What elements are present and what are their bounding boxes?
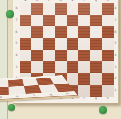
square-f5[interactable] [78, 38, 90, 50]
square-b8[interactable] [31, 3, 43, 15]
green-felt-pad-bottom-left [8, 104, 15, 111]
square-d5[interactable] [55, 38, 67, 50]
square-h5[interactable] [102, 38, 114, 50]
square-h1[interactable] [102, 85, 114, 97]
square-g3[interactable] [90, 61, 102, 73]
file-label: g [90, 97, 102, 101]
square-f3[interactable] [78, 61, 90, 73]
square-g4[interactable] [90, 50, 102, 62]
square-h3[interactable] [102, 61, 114, 73]
square-g5[interactable] [90, 38, 102, 50]
square-c5[interactable] [43, 38, 55, 50]
square-c6[interactable] [43, 26, 55, 38]
green-felt-pad-top-left [6, 10, 14, 18]
square-b6[interactable] [31, 26, 43, 38]
square-e6[interactable] [67, 26, 79, 38]
file-label: f [78, 97, 90, 101]
square-h8[interactable] [102, 3, 114, 15]
square-e7[interactable] [67, 15, 79, 27]
file-label: h [102, 97, 114, 101]
square-f8[interactable] [78, 3, 90, 15]
square-g6[interactable] [90, 26, 102, 38]
square-g7[interactable] [90, 15, 102, 27]
square-f7[interactable] [78, 15, 90, 27]
square-b7[interactable] [31, 15, 43, 27]
square-f2[interactable] [78, 73, 90, 85]
square-f1[interactable] [78, 85, 90, 97]
square-g8[interactable] [90, 3, 102, 15]
square-a6[interactable] [20, 26, 32, 38]
square-g2[interactable] [90, 73, 102, 85]
square-g1[interactable] [90, 85, 102, 97]
square-c7[interactable] [43, 15, 55, 27]
square-d8[interactable] [55, 3, 67, 15]
square-d6[interactable] [55, 26, 67, 38]
square-h2[interactable] [102, 73, 114, 85]
square-f6[interactable] [78, 26, 90, 38]
square-a5[interactable] [20, 38, 32, 50]
square-e8[interactable] [67, 3, 79, 15]
square-a8[interactable] [20, 3, 32, 15]
product-photo-two-chess-boards: abcdefgh 87654321 87654321 abcdefgh abcd… [0, 0, 121, 119]
square-h6[interactable] [102, 26, 114, 38]
angled-chess-board: abcdefgh [0, 50, 79, 105]
square-c8[interactable] [43, 3, 55, 15]
square-f4[interactable] [78, 50, 90, 62]
square-b5[interactable] [31, 38, 43, 50]
square-h4[interactable] [102, 50, 114, 62]
square-h7[interactable] [102, 15, 114, 27]
square-e5[interactable] [67, 38, 79, 50]
square-a7[interactable] [20, 15, 32, 27]
square-d7[interactable] [55, 15, 67, 27]
green-felt-pad-bottom-right [99, 106, 107, 114]
